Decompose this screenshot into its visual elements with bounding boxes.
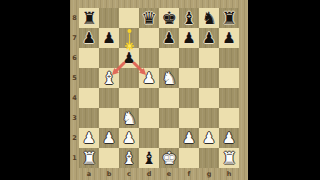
piece-black-rook-a8[interactable]: ♜ xyxy=(79,8,99,28)
file-label-g: g xyxy=(199,169,219,179)
square-b3[interactable] xyxy=(99,108,119,128)
piece-white-rook-a1[interactable]: ♜ xyxy=(79,148,99,168)
square-c5[interactable] xyxy=(119,68,139,88)
piece-black-pawn-b7[interactable]: ♟ xyxy=(99,28,119,48)
square-d3[interactable] xyxy=(139,108,159,128)
rank-label-3: 3 xyxy=(70,108,79,128)
square-d2[interactable] xyxy=(139,128,159,148)
square-h6[interactable] xyxy=(219,48,239,68)
piece-black-knight-g8[interactable]: ♞ xyxy=(199,8,219,28)
piece-black-king-e8[interactable]: ♚ xyxy=(159,8,179,28)
square-e4[interactable] xyxy=(159,88,179,108)
file-label-c: c xyxy=(119,169,139,179)
square-h4[interactable] xyxy=(219,88,239,108)
square-g4[interactable] xyxy=(199,88,219,108)
rank-label-7: 7 xyxy=(70,28,79,48)
square-e6[interactable] xyxy=(159,48,179,68)
piece-black-bishop-d1[interactable]: ♝ xyxy=(139,148,159,168)
video-frame: 87654321 abcdefgh ♜♛♚♝♞♜♟♟♟♟♟♟♟♝♟♞♞♟♟♟♟♟… xyxy=(0,0,320,180)
square-a5[interactable] xyxy=(79,68,99,88)
piece-black-pawn-e7[interactable]: ♟ xyxy=(159,28,179,48)
file-label-h: h xyxy=(219,169,239,179)
square-g3[interactable] xyxy=(199,108,219,128)
square-f4[interactable] xyxy=(179,88,199,108)
rank-label-4: 4 xyxy=(70,88,79,108)
piece-black-queen-d8[interactable]: ♛ xyxy=(139,8,159,28)
square-f3[interactable] xyxy=(179,108,199,128)
rank-label-6: 6 xyxy=(70,48,79,68)
square-c7[interactable] xyxy=(119,28,139,48)
rank-label-8: 8 xyxy=(70,8,79,28)
square-b8[interactable] xyxy=(99,8,119,28)
square-g1[interactable] xyxy=(199,148,219,168)
piece-black-pawn-g7[interactable]: ♟ xyxy=(199,28,219,48)
square-g5[interactable] xyxy=(199,68,219,88)
piece-white-pawn-b2[interactable]: ♟ xyxy=(99,128,119,148)
square-e2[interactable] xyxy=(159,128,179,148)
file-label-f: f xyxy=(179,169,199,179)
piece-white-pawn-g2[interactable]: ♟ xyxy=(199,128,219,148)
square-a3[interactable] xyxy=(79,108,99,128)
piece-white-knight-e5[interactable]: ♞ xyxy=(159,68,179,88)
piece-black-pawn-a7[interactable]: ♟ xyxy=(79,28,99,48)
square-c4[interactable] xyxy=(119,88,139,108)
square-f6[interactable] xyxy=(179,48,199,68)
file-label-e: e xyxy=(159,169,179,179)
rank-label-1: 1 xyxy=(70,148,79,168)
square-h5[interactable] xyxy=(219,68,239,88)
chess-board: 87654321 abcdefgh ♜♛♚♝♞♜♟♟♟♟♟♟♟♝♟♞♞♟♟♟♟♟… xyxy=(70,0,248,180)
square-f5[interactable] xyxy=(179,68,199,88)
square-f1[interactable] xyxy=(179,148,199,168)
piece-white-king-e1[interactable]: ♚ xyxy=(159,148,179,168)
piece-white-bishop-b5[interactable]: ♝ xyxy=(99,68,119,88)
piece-white-pawn-c2[interactable]: ♟ xyxy=(119,128,139,148)
square-a4[interactable] xyxy=(79,88,99,108)
square-c8[interactable] xyxy=(119,8,139,28)
square-h3[interactable] xyxy=(219,108,239,128)
piece-white-pawn-d5[interactable]: ♟ xyxy=(139,68,159,88)
file-label-d: d xyxy=(139,169,159,179)
square-d7[interactable] xyxy=(139,28,159,48)
piece-white-pawn-f2[interactable]: ♟ xyxy=(179,128,199,148)
square-b6[interactable] xyxy=(99,48,119,68)
square-d6[interactable] xyxy=(139,48,159,68)
square-b4[interactable] xyxy=(99,88,119,108)
square-e3[interactable] xyxy=(159,108,179,128)
piece-black-bishop-f8[interactable]: ♝ xyxy=(179,8,199,28)
square-g6[interactable] xyxy=(199,48,219,68)
piece-white-rook-h1[interactable]: ♜ xyxy=(219,148,239,168)
rank-label-2: 2 xyxy=(70,128,79,148)
piece-black-pawn-h7[interactable]: ♟ xyxy=(219,28,239,48)
piece-white-bishop-c1[interactable]: ♝ xyxy=(119,148,139,168)
file-label-a: a xyxy=(79,169,99,179)
file-label-b: b xyxy=(99,169,119,179)
square-a6[interactable] xyxy=(79,48,99,68)
piece-black-pawn-f7[interactable]: ♟ xyxy=(179,28,199,48)
piece-white-pawn-a2[interactable]: ♟ xyxy=(79,128,99,148)
square-d4[interactable] xyxy=(139,88,159,108)
square-b1[interactable] xyxy=(99,148,119,168)
piece-white-knight-c3[interactable]: ♞ xyxy=(119,108,139,128)
piece-white-pawn-h2[interactable]: ♟ xyxy=(219,128,239,148)
piece-black-rook-h8[interactable]: ♜ xyxy=(219,8,239,28)
rank-label-5: 5 xyxy=(70,68,79,88)
piece-black-pawn-c6[interactable]: ♟ xyxy=(119,48,139,68)
